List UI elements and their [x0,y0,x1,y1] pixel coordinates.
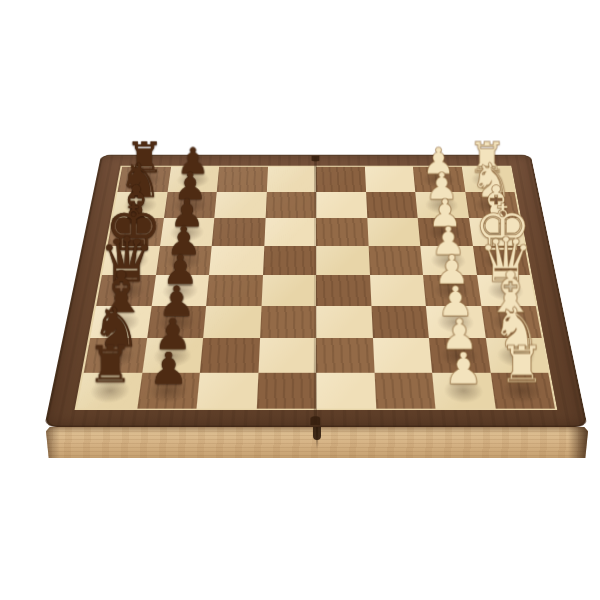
box-front-panel [46,427,588,458]
rook-glyph: ♜ [80,340,139,391]
box-front-latch-notch [313,427,321,440]
pawn-glyph: ♟ [139,346,198,390]
chess-board: ♜♞♝♛♚♝♞♜♟♟♟♟♟♟♟♟♟♟♟♟♟♟♟♟♜♞♝♛♚♝♞♜ [44,155,588,427]
rook-glyph: ♜ [492,340,551,391]
pawn-glyph: ♟ [433,346,492,390]
chess-set-photo: ♜♞♝♛♚♝♞♜♟♟♟♟♟♟♟♟♟♟♟♟♟♟♟♟♜♞♝♛♚♝♞♜ Standar… [0,0,600,600]
